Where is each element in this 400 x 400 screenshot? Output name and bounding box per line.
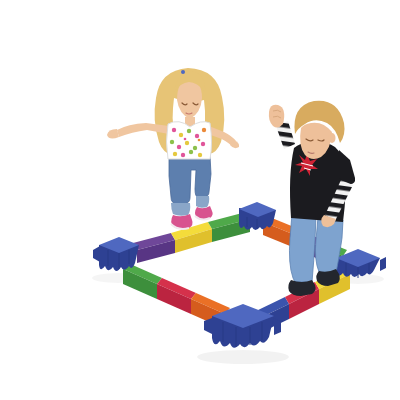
polka-dot (198, 153, 202, 157)
boy-ear (329, 133, 336, 143)
girl-cuff-left (196, 196, 209, 208)
boy-shoe-right (316, 269, 339, 286)
girl-cuff-right (171, 203, 190, 216)
polka-dot (184, 138, 187, 141)
polka-dot (177, 145, 181, 149)
polka-dot (170, 140, 174, 144)
polka-dot (181, 153, 185, 157)
polka-dot (201, 142, 205, 146)
polka-dot (198, 139, 201, 142)
polka-dot (187, 129, 191, 133)
polka-dot (173, 152, 177, 156)
polka-dot (202, 128, 206, 132)
polka-dot (185, 141, 189, 145)
shadow-bottom-corner (197, 350, 289, 364)
girl-hair-clip (181, 70, 185, 74)
polka-dot (189, 150, 193, 154)
photo-canvas (40, 16, 400, 400)
product-photo: Studio product photograph on a pure whit… (40, 16, 400, 400)
polka-dot (172, 128, 176, 132)
polka-dot (193, 146, 197, 150)
polka-dot (195, 134, 199, 138)
white-background (40, 16, 400, 400)
boy-left-leg (289, 214, 316, 282)
boy-shoe-left (288, 280, 315, 296)
polka-dot (179, 133, 183, 137)
